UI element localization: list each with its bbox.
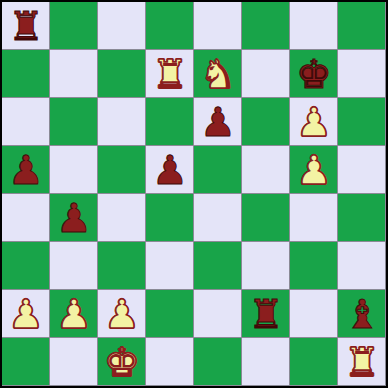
square-e8[interactable]	[194, 2, 242, 50]
square-d7[interactable]: ♜	[146, 50, 194, 98]
black-pawn-a5[interactable]: ♟	[8, 146, 44, 194]
square-g1[interactable]	[290, 338, 338, 386]
square-c2[interactable]: ♟	[98, 290, 146, 338]
square-e7[interactable]: ♞	[194, 50, 242, 98]
square-b1[interactable]	[50, 338, 98, 386]
square-f3[interactable]	[242, 242, 290, 290]
square-g8[interactable]	[290, 2, 338, 50]
square-d8[interactable]	[146, 2, 194, 50]
black-rook-a8[interactable]: ♜	[8, 2, 44, 50]
square-f8[interactable]	[242, 2, 290, 50]
square-c5[interactable]	[98, 146, 146, 194]
square-e3[interactable]	[194, 242, 242, 290]
black-pawn-b4[interactable]: ♟	[56, 194, 92, 242]
square-f7[interactable]	[242, 50, 290, 98]
square-a1[interactable]	[2, 338, 50, 386]
square-c8[interactable]	[98, 2, 146, 50]
square-a5[interactable]: ♟	[2, 146, 50, 194]
square-d4[interactable]	[146, 194, 194, 242]
square-b3[interactable]	[50, 242, 98, 290]
square-c4[interactable]	[98, 194, 146, 242]
square-d1[interactable]	[146, 338, 194, 386]
square-g3[interactable]	[290, 242, 338, 290]
square-f2[interactable]: ♜	[242, 290, 290, 338]
square-b5[interactable]	[50, 146, 98, 194]
white-pawn-g6[interactable]: ♟	[296, 98, 332, 146]
white-rook-d7[interactable]: ♜	[152, 50, 188, 98]
square-a8[interactable]: ♜	[2, 2, 50, 50]
black-bishop-h2[interactable]: ♝	[344, 290, 380, 338]
square-h3[interactable]	[338, 242, 386, 290]
square-f4[interactable]	[242, 194, 290, 242]
square-e2[interactable]	[194, 290, 242, 338]
black-pawn-e6[interactable]: ♟	[200, 98, 236, 146]
square-f5[interactable]	[242, 146, 290, 194]
square-c7[interactable]	[98, 50, 146, 98]
white-king-c1[interactable]: ♚	[104, 338, 140, 386]
square-d2[interactable]	[146, 290, 194, 338]
square-a7[interactable]	[2, 50, 50, 98]
square-g4[interactable]	[290, 194, 338, 242]
square-g2[interactable]	[290, 290, 338, 338]
square-b4[interactable]: ♟	[50, 194, 98, 242]
square-b8[interactable]	[50, 2, 98, 50]
square-c6[interactable]	[98, 98, 146, 146]
square-h8[interactable]	[338, 2, 386, 50]
square-h7[interactable]	[338, 50, 386, 98]
square-e4[interactable]	[194, 194, 242, 242]
square-f6[interactable]	[242, 98, 290, 146]
square-d5[interactable]: ♟	[146, 146, 194, 194]
white-rook-h1[interactable]: ♜	[344, 338, 380, 386]
square-h1[interactable]: ♜	[338, 338, 386, 386]
square-b6[interactable]	[50, 98, 98, 146]
white-pawn-c2[interactable]: ♟	[104, 290, 140, 338]
chess-board: ♜♜♞♚♟♟♟♟♟♟♟♟♟♜♝♚♜	[0, 0, 388, 388]
square-e6[interactable]: ♟	[194, 98, 242, 146]
white-pawn-g5[interactable]: ♟	[296, 146, 332, 194]
square-h2[interactable]: ♝	[338, 290, 386, 338]
white-knight-e7[interactable]: ♞	[200, 50, 236, 98]
white-pawn-a2[interactable]: ♟	[8, 290, 44, 338]
square-h5[interactable]	[338, 146, 386, 194]
square-h4[interactable]	[338, 194, 386, 242]
square-e1[interactable]	[194, 338, 242, 386]
square-b2[interactable]: ♟	[50, 290, 98, 338]
square-f1[interactable]	[242, 338, 290, 386]
square-g7[interactable]: ♚	[290, 50, 338, 98]
square-a4[interactable]	[2, 194, 50, 242]
black-rook-f2[interactable]: ♜	[248, 290, 284, 338]
square-c1[interactable]: ♚	[98, 338, 146, 386]
square-b7[interactable]	[50, 50, 98, 98]
black-pawn-d5[interactable]: ♟	[152, 146, 188, 194]
black-king-g7[interactable]: ♚	[296, 50, 332, 98]
square-a3[interactable]	[2, 242, 50, 290]
square-d6[interactable]	[146, 98, 194, 146]
square-h6[interactable]	[338, 98, 386, 146]
square-c3[interactable]	[98, 242, 146, 290]
square-a2[interactable]: ♟	[2, 290, 50, 338]
square-g5[interactable]: ♟	[290, 146, 338, 194]
square-e5[interactable]	[194, 146, 242, 194]
square-g6[interactable]: ♟	[290, 98, 338, 146]
white-pawn-b2[interactable]: ♟	[56, 290, 92, 338]
square-a6[interactable]	[2, 98, 50, 146]
square-d3[interactable]	[146, 242, 194, 290]
